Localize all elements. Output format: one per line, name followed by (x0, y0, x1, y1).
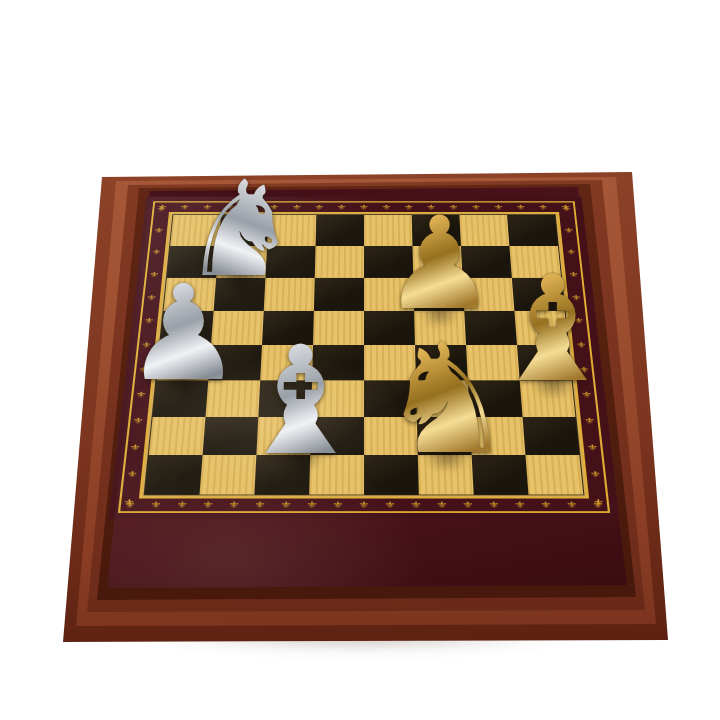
piece-silver-bishop-c2[interactable]: ♝ (233, 326, 367, 476)
piece-gold-knight-f2[interactable]: ♞ (379, 324, 515, 476)
pieces-layer: ♞♟♝♟♝♞ (0, 0, 720, 720)
piece-gold-pawn-f6[interactable]: ♟ (382, 200, 497, 328)
product-photo-scene: ⚜⚜⚜⚜⚜⚜⚜⚜⚜⚜⚜⚜⚜⚜⚜⚜⚜⚜⚜ ⚜⚜⚜⚜⚜⚜⚜⚜⚜⚜⚜⚜⚜⚜⚜⚜⚜⚜⚜ … (0, 0, 720, 720)
piece-silver-pawn-a4[interactable]: ♟ (124, 267, 242, 399)
